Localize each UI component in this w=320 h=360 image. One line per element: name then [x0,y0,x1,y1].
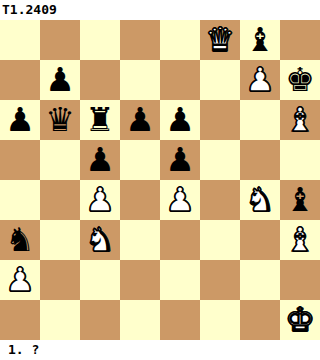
square-e2[interactable] [160,260,200,300]
square-d8[interactable] [120,20,160,60]
square-c6[interactable]: ♜ [80,100,120,140]
square-c2[interactable] [80,260,120,300]
square-b4[interactable] [40,180,80,220]
white-bishop-h6[interactable]: ♝ [285,100,315,140]
square-h5[interactable] [280,140,320,180]
square-b1[interactable] [40,300,80,340]
square-d6[interactable]: ♟ [120,100,160,140]
black-pawn-e6[interactable]: ♟ [165,100,195,140]
square-a8[interactable] [0,20,40,60]
white-pawn-a2[interactable]: ♟ [5,260,35,300]
square-g1[interactable] [240,300,280,340]
square-a3[interactable]: ♞ [0,220,40,260]
square-e1[interactable] [160,300,200,340]
square-b2[interactable] [40,260,80,300]
square-e8[interactable] [160,20,200,60]
square-f6[interactable] [200,100,240,140]
square-e6[interactable]: ♟ [160,100,200,140]
square-d1[interactable] [120,300,160,340]
black-bishop-h4[interactable]: ♝ [285,180,315,220]
white-pawn-e4[interactable]: ♟ [165,180,195,220]
chess-board: ♛♝♟♟♚♟♛♜♟♟♝♟♟♟♟♞♝♞♞♝♟♚ [0,20,320,340]
black-rook-c6[interactable]: ♜ [85,100,115,140]
black-knight-a3[interactable]: ♞ [5,220,35,260]
square-c1[interactable] [80,300,120,340]
square-f1[interactable] [200,300,240,340]
square-f5[interactable] [200,140,240,180]
square-g7[interactable]: ♟ [240,60,280,100]
square-h1[interactable]: ♚ [280,300,320,340]
square-e5[interactable]: ♟ [160,140,200,180]
square-a7[interactable] [0,60,40,100]
square-g4[interactable]: ♞ [240,180,280,220]
white-pawn-c4[interactable]: ♟ [85,180,115,220]
square-e3[interactable] [160,220,200,260]
square-b5[interactable] [40,140,80,180]
black-king-h7[interactable]: ♚ [285,60,315,100]
square-h2[interactable] [280,260,320,300]
square-d2[interactable] [120,260,160,300]
black-pawn-a6[interactable]: ♟ [5,100,35,140]
square-d5[interactable] [120,140,160,180]
square-b3[interactable] [40,220,80,260]
move-prompt: 1. ? [8,342,39,358]
puzzle-title: T1.2409 [2,2,57,18]
square-a4[interactable] [0,180,40,220]
black-pawn-c5[interactable]: ♟ [85,140,115,180]
square-h8[interactable] [280,20,320,60]
black-pawn-e5[interactable]: ♟ [165,140,195,180]
square-h6[interactable]: ♝ [280,100,320,140]
square-e7[interactable] [160,60,200,100]
square-g8[interactable]: ♝ [240,20,280,60]
square-f7[interactable] [200,60,240,100]
square-h7[interactable]: ♚ [280,60,320,100]
square-g3[interactable] [240,220,280,260]
puzzle-title-bar: T1.2409 [0,0,320,20]
square-d7[interactable] [120,60,160,100]
square-c5[interactable]: ♟ [80,140,120,180]
square-c3[interactable]: ♞ [80,220,120,260]
square-f2[interactable] [200,260,240,300]
white-bishop-h3[interactable]: ♝ [285,220,315,260]
square-h3[interactable]: ♝ [280,220,320,260]
square-a1[interactable] [0,300,40,340]
black-queen-b6[interactable]: ♛ [45,100,75,140]
square-f3[interactable] [200,220,240,260]
white-king-h1[interactable]: ♚ [285,300,315,340]
square-d4[interactable] [120,180,160,220]
square-b8[interactable] [40,20,80,60]
square-f4[interactable] [200,180,240,220]
move-prompt-bar: 1. ? [0,340,320,360]
black-bishop-g8[interactable]: ♝ [245,20,275,60]
white-knight-g4[interactable]: ♞ [245,180,275,220]
square-b7[interactable]: ♟ [40,60,80,100]
square-g6[interactable] [240,100,280,140]
square-g2[interactable] [240,260,280,300]
square-a6[interactable]: ♟ [0,100,40,140]
square-c8[interactable] [80,20,120,60]
square-c7[interactable] [80,60,120,100]
square-a5[interactable] [0,140,40,180]
square-d3[interactable] [120,220,160,260]
square-f8[interactable]: ♛ [200,20,240,60]
square-b6[interactable]: ♛ [40,100,80,140]
square-e4[interactable]: ♟ [160,180,200,220]
square-h4[interactable]: ♝ [280,180,320,220]
white-queen-f8[interactable]: ♛ [205,20,235,60]
square-g5[interactable] [240,140,280,180]
black-pawn-b7[interactable]: ♟ [45,60,75,100]
square-c4[interactable]: ♟ [80,180,120,220]
black-pawn-d6[interactable]: ♟ [125,100,155,140]
square-a2[interactable]: ♟ [0,260,40,300]
white-pawn-g7[interactable]: ♟ [245,60,275,100]
white-knight-c3[interactable]: ♞ [85,220,115,260]
